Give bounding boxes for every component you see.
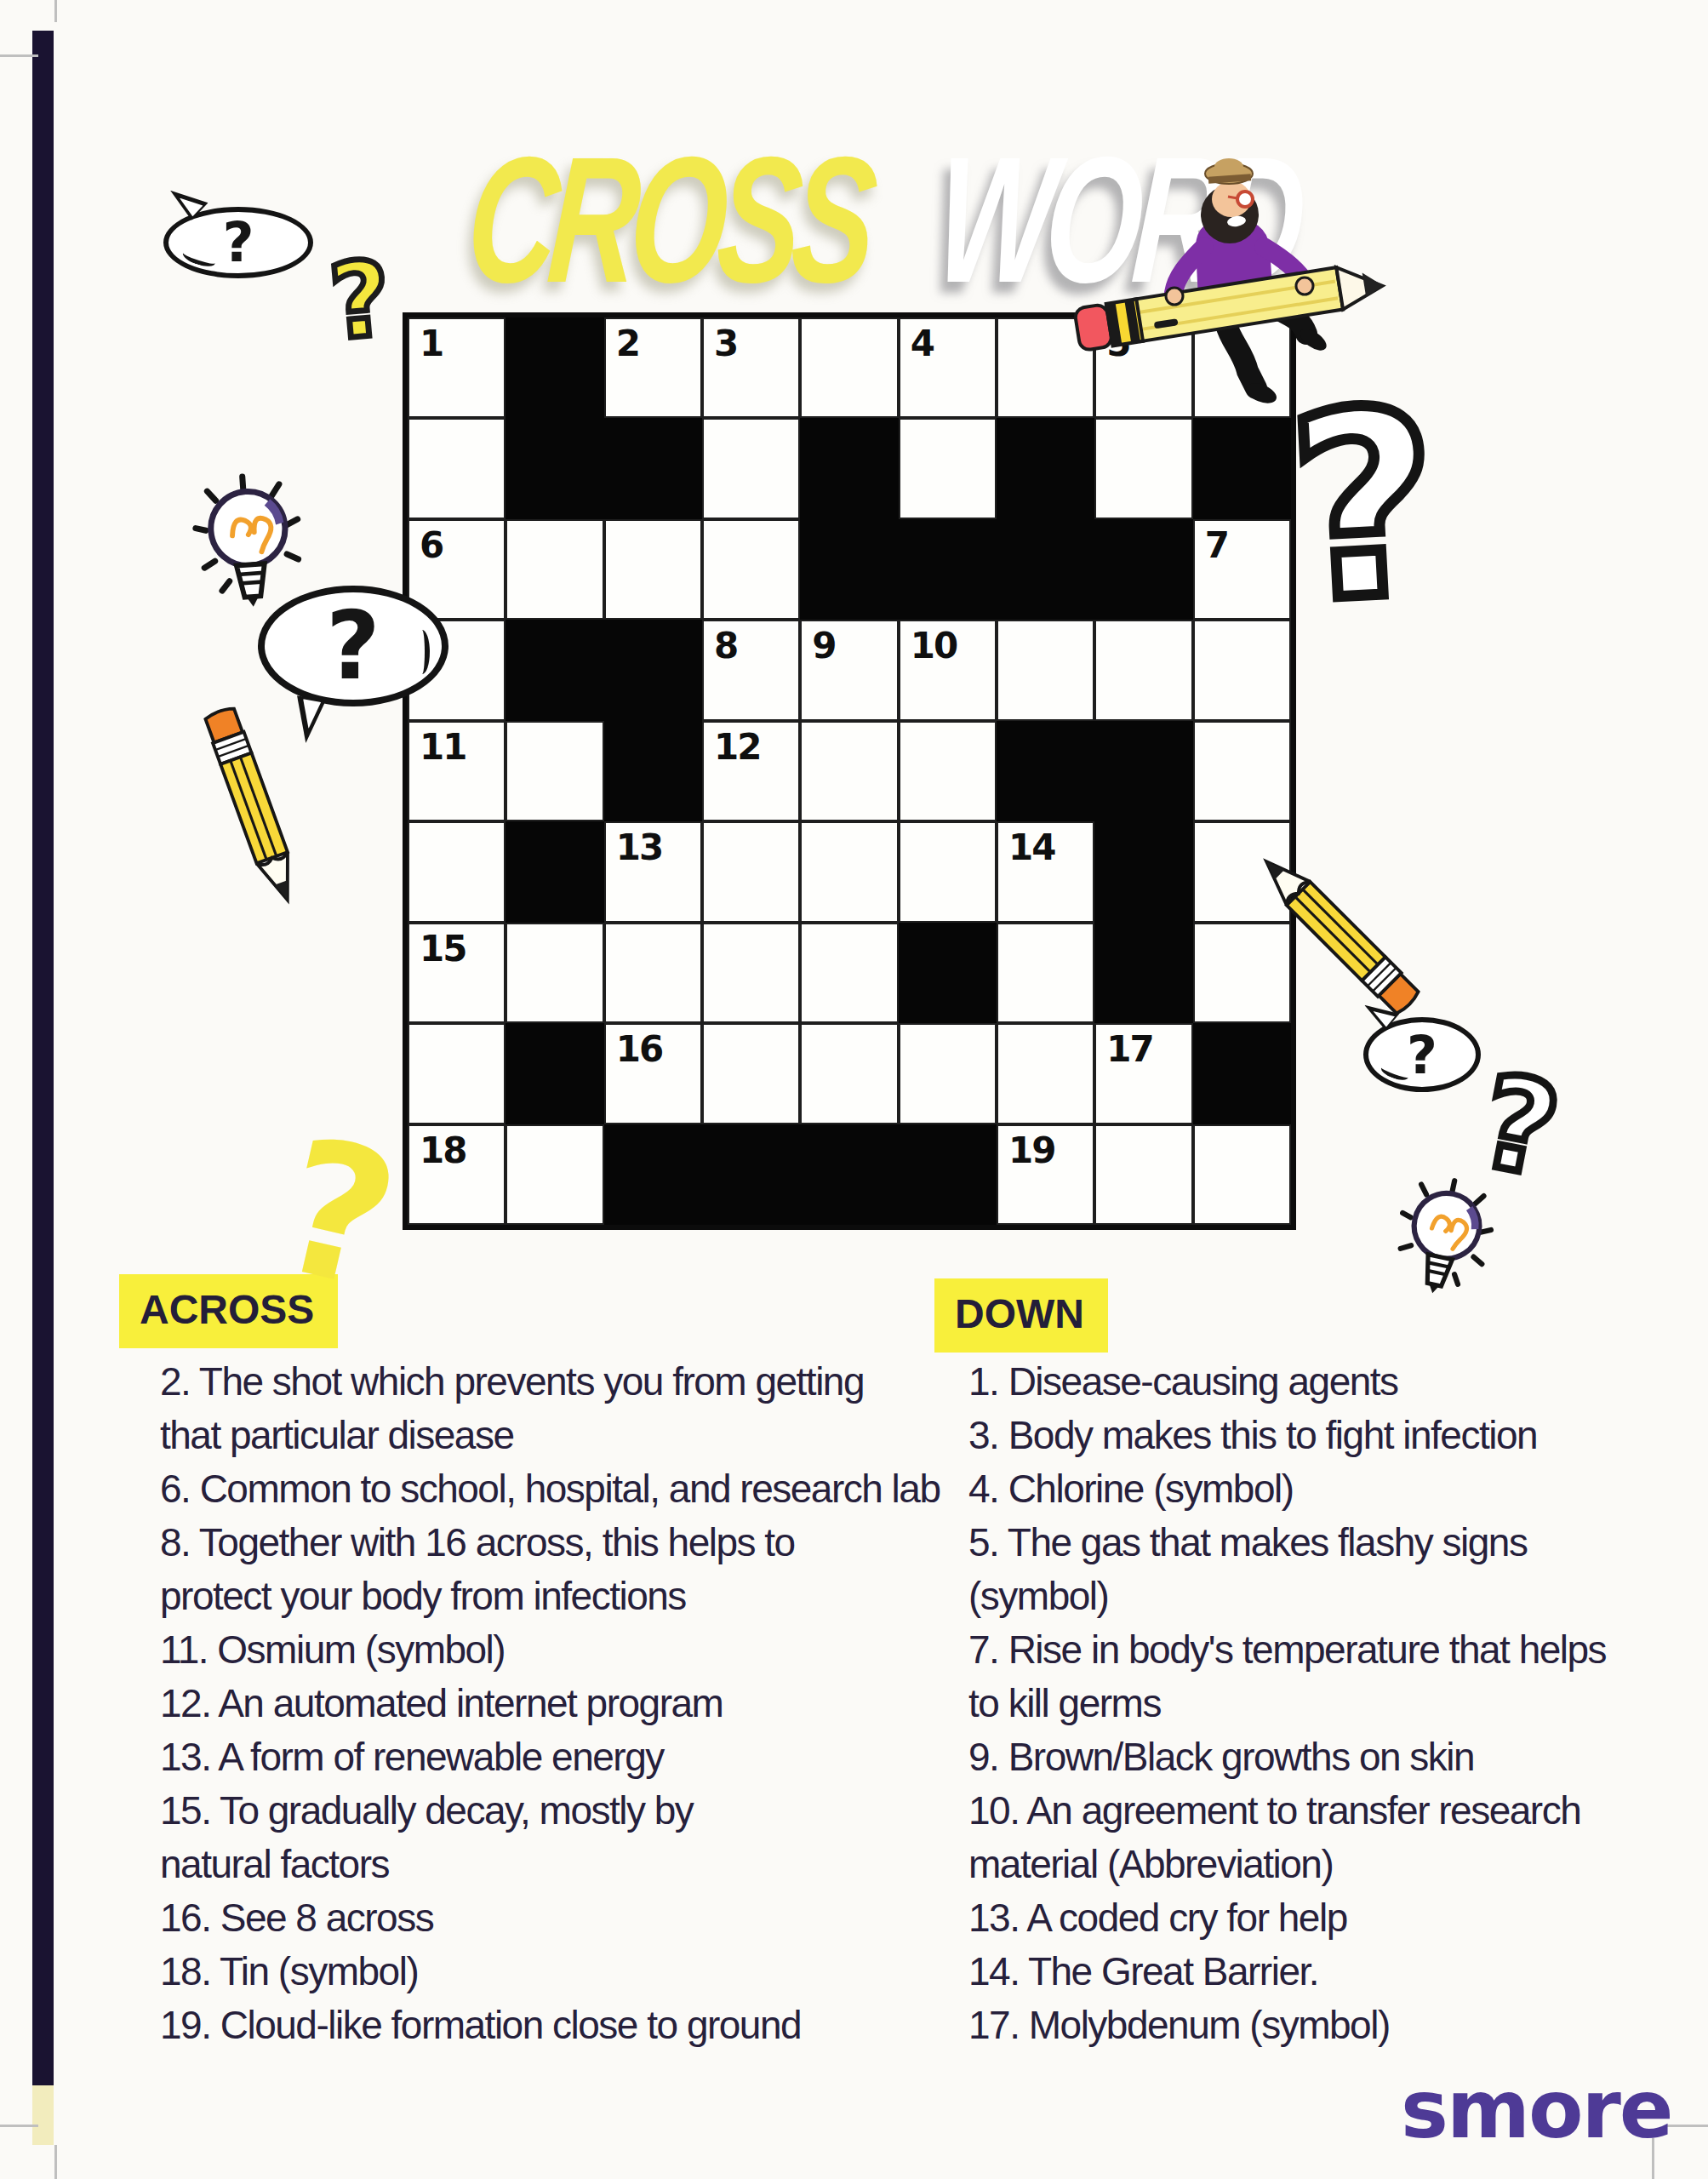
- grid-cell[interactable]: [506, 923, 603, 1023]
- grid-cell[interactable]: [800, 317, 898, 418]
- grid-cell-black: [1094, 923, 1192, 1023]
- left-margin-bar: [32, 31, 54, 2085]
- clue-number: 17: [1106, 1028, 1152, 1070]
- grid-cell[interactable]: [408, 1023, 506, 1124]
- grid-cell[interactable]: [800, 1023, 898, 1124]
- grid-cell[interactable]: [506, 519, 603, 620]
- grid-cell-black: [997, 721, 1094, 821]
- grid-cell[interactable]: 18: [408, 1124, 506, 1225]
- question-mark-icon: ?: [222, 211, 254, 274]
- grid-cell[interactable]: [604, 923, 702, 1023]
- grid-cell[interactable]: [604, 519, 702, 620]
- grid-cell[interactable]: [899, 1023, 997, 1124]
- clue-number: 9: [812, 625, 835, 666]
- grid-cell[interactable]: 4: [899, 317, 997, 418]
- question-mark-yellow-large-icon: ?: [265, 1112, 411, 1318]
- crop-mark: [0, 54, 38, 57]
- grid-cell[interactable]: [997, 1023, 1094, 1124]
- down-clue: 4. Chlorine (symbol): [968, 1462, 1606, 1516]
- down-clue: 9. Brown/Black growths on skin: [968, 1730, 1606, 1784]
- grid-cell[interactable]: [1094, 1124, 1192, 1225]
- grid-cell[interactable]: 3: [702, 317, 800, 418]
- down-clue: 14. The Great Barrier.: [968, 1945, 1606, 1999]
- grid-cell-black: [506, 317, 603, 418]
- across-clue: 16. See 8 across: [160, 1891, 940, 1945]
- grid-cell[interactable]: 12: [702, 721, 800, 821]
- down-clue-list: 1. Disease-causing agents3. Body makes t…: [968, 1355, 1606, 2052]
- grid-cell[interactable]: 13: [604, 821, 702, 922]
- grid-cell[interactable]: 11: [408, 721, 506, 821]
- grid-cell-black: [1193, 1023, 1291, 1124]
- crop-mark: [1666, 2125, 1708, 2127]
- grid-cell-black: [604, 620, 702, 720]
- grid-cell[interactable]: 17: [1094, 1023, 1192, 1124]
- grid-cell-black: [506, 418, 603, 518]
- clue-number: 6: [420, 524, 443, 566]
- grid-cell[interactable]: [702, 519, 800, 620]
- question-mark-icon: ?: [1407, 1024, 1437, 1086]
- grid-cell-black: [702, 1124, 800, 1225]
- across-clue: 15. To gradually decay, mostly by natura…: [160, 1784, 940, 1891]
- grid-cell[interactable]: 10: [899, 620, 997, 720]
- down-clue: 3. Body makes this to fight infection: [968, 1409, 1606, 1462]
- left-margin-bar-accent: [32, 2085, 54, 2145]
- crop-mark: [54, 2145, 57, 2179]
- grid-cell[interactable]: [899, 821, 997, 922]
- title-cross: CROSS: [461, 116, 874, 323]
- grid-cell[interactable]: [506, 1124, 603, 1225]
- across-clue: 12. An automated internet program: [160, 1677, 940, 1730]
- clue-number: 2: [616, 323, 639, 364]
- grid-cell[interactable]: [702, 821, 800, 922]
- grid-cell[interactable]: 8: [702, 620, 800, 720]
- grid-cell[interactable]: [800, 821, 898, 922]
- across-clue: 13. A form of renewable energy: [160, 1730, 940, 1784]
- grid-cell-black: [1094, 721, 1192, 821]
- down-clue: 7. Rise in body's temperature that helps…: [968, 1623, 1606, 1730]
- grid-cell[interactable]: 14: [997, 821, 1094, 922]
- bubble-accent-line: [181, 246, 218, 270]
- grid-cell-black: [1094, 821, 1192, 922]
- speech-bubble-tail: [167, 182, 211, 224]
- grid-cell-black: [800, 519, 898, 620]
- grid-cell[interactable]: [800, 923, 898, 1023]
- grid-cell-black: [604, 418, 702, 518]
- grid-cell[interactable]: [506, 721, 603, 821]
- across-clue-list: 2. The shot which prevents you from gett…: [160, 1355, 940, 2052]
- down-clue: 5. The gas that makes flashy signs (symb…: [968, 1516, 1606, 1623]
- across-clue: 2. The shot which prevents you from gett…: [160, 1355, 940, 1462]
- grid-cell-black: [506, 821, 603, 922]
- clue-number: 10: [911, 625, 957, 666]
- question-mark-icon: ?: [326, 592, 380, 701]
- grid-cell[interactable]: [1193, 1124, 1291, 1225]
- grid-cell-black: [506, 620, 603, 720]
- grid-cell[interactable]: [702, 418, 800, 518]
- clue-number: 8: [714, 625, 737, 666]
- grid-cell[interactable]: [1193, 923, 1291, 1023]
- clue-number: 12: [714, 726, 760, 768]
- down-header: DOWN: [934, 1278, 1108, 1353]
- grid-cell-black: [604, 1124, 702, 1225]
- down-clue: 17. Molybdenum (symbol): [968, 1999, 1606, 2052]
- question-mark-outline-small-icon: ?: [1471, 1056, 1568, 1196]
- smore-logo: smore: [1401, 2063, 1672, 2156]
- grid-cell[interactable]: 2: [604, 317, 702, 418]
- down-clue: 13. A coded cry for help: [968, 1891, 1606, 1945]
- grid-cell[interactable]: 19: [997, 1124, 1094, 1225]
- clue-number: 4: [911, 323, 934, 364]
- lightbulb-icon-right: [1369, 1164, 1520, 1312]
- grid-cell-black: [899, 923, 997, 1023]
- grid-cell[interactable]: [1193, 721, 1291, 821]
- down-clue: 1. Disease-causing agents: [968, 1355, 1606, 1409]
- grid-cell[interactable]: [702, 923, 800, 1023]
- grid-cell-black: [997, 519, 1094, 620]
- grid-cell[interactable]: 7: [1193, 519, 1291, 620]
- crop-mark: [54, 0, 57, 22]
- clue-number: 15: [420, 928, 466, 969]
- across-clue: 18. Tin (symbol): [160, 1945, 940, 1999]
- grid-cell[interactable]: [1094, 620, 1192, 720]
- grid-cell[interactable]: 1: [408, 317, 506, 418]
- grid-cell[interactable]: [408, 821, 506, 922]
- clue-number: 16: [616, 1028, 662, 1070]
- across-clue: 19. Cloud-like formation close to ground: [160, 1999, 940, 2052]
- clue-number: 7: [1205, 524, 1228, 566]
- across-clue: 8. Together with 16 across, this helps t…: [160, 1516, 940, 1623]
- grid-cell[interactable]: [899, 721, 997, 821]
- cartoon-man-with-pencil: [1047, 119, 1413, 443]
- clue-number: 13: [616, 826, 662, 868]
- grid-cell-black: [1094, 519, 1192, 620]
- grid-cell[interactable]: 15: [408, 923, 506, 1023]
- grid-cell[interactable]: [899, 418, 997, 518]
- grid-cell-black: [899, 519, 997, 620]
- grid-cell[interactable]: [408, 418, 506, 518]
- lightbulb-icon: [169, 467, 328, 618]
- bubble-accent-line: [414, 630, 430, 674]
- crossword-grid: 12345678910111213141516171819: [403, 312, 1296, 1230]
- clue-number: 11: [420, 726, 466, 768]
- clue-number: 19: [1008, 1130, 1054, 1171]
- grid-cell[interactable]: [997, 923, 1094, 1023]
- grid-cell[interactable]: 16: [604, 1023, 702, 1124]
- grid-cell-black: [800, 1124, 898, 1225]
- grid-cell-black: [800, 418, 898, 518]
- grid-cell-black: [899, 1124, 997, 1225]
- across-clue: 6. Common to school, hospital, and resea…: [160, 1462, 940, 1516]
- grid-cell[interactable]: 9: [800, 620, 898, 720]
- speech-bubble-question: ?: [163, 207, 313, 278]
- clue-number: 14: [1008, 826, 1054, 868]
- grid-cell-black: [506, 1023, 603, 1124]
- clue-number: 1: [420, 323, 443, 364]
- question-mark-yellow-icon: ?: [326, 246, 395, 355]
- clue-number: 18: [420, 1130, 466, 1171]
- clue-number: 3: [714, 323, 737, 364]
- grid-cell[interactable]: [800, 721, 898, 821]
- grid-cell[interactable]: [997, 620, 1094, 720]
- grid-cell[interactable]: [702, 1023, 800, 1124]
- across-clue: 11. Osmium (symbol): [160, 1623, 940, 1677]
- crop-mark: [0, 2125, 38, 2127]
- grid-cell[interactable]: [1193, 620, 1291, 720]
- down-clue: 10. An agreement to transfer research ma…: [968, 1784, 1606, 1891]
- grid-cell-black: [604, 721, 702, 821]
- bubble-accent-line: [1380, 1062, 1411, 1084]
